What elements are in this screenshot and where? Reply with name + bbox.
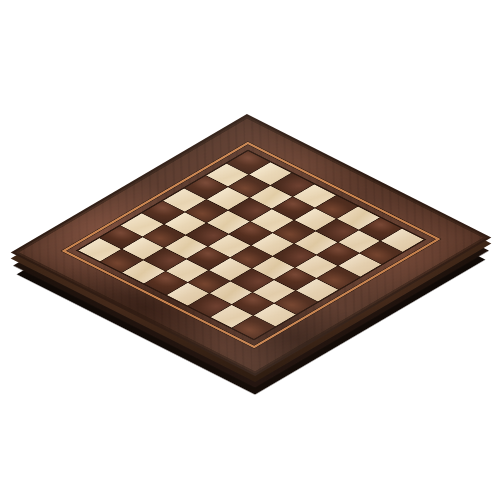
chessboard-photo bbox=[0, 0, 500, 500]
chess-board bbox=[11, 114, 492, 376]
page-background: { "game": "chess", "scene": { "type": "p… bbox=[0, 0, 500, 500]
